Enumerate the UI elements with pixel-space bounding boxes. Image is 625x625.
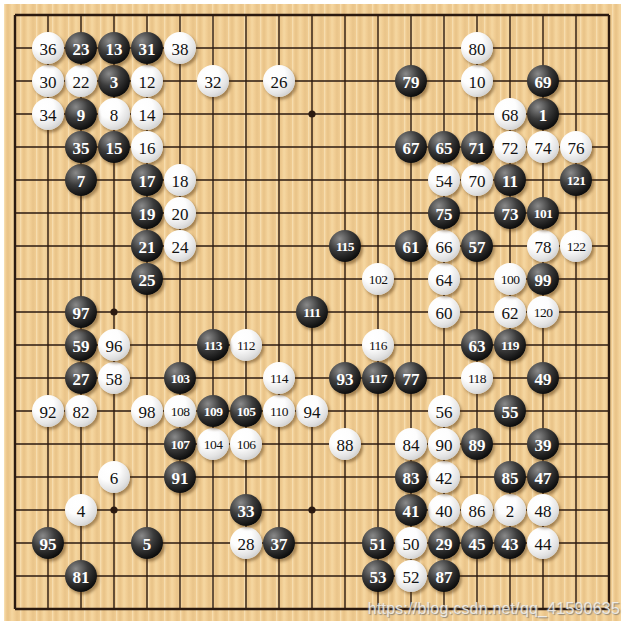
stone-white-98: 98 — [131, 395, 163, 427]
stone-black-61: 61 — [395, 230, 427, 262]
stone-black-41: 41 — [395, 494, 427, 526]
stone-white-80: 80 — [461, 32, 493, 64]
stone-black-107: 107 — [164, 428, 196, 460]
stone-white-82: 82 — [65, 395, 97, 427]
stone-black-111: 111 — [296, 296, 328, 328]
stone-black-5: 5 — [131, 527, 163, 559]
stone-white-72: 72 — [494, 131, 526, 163]
stone-white-120: 120 — [527, 296, 559, 328]
stone-black-91: 91 — [164, 461, 196, 493]
stone-black-57: 57 — [461, 230, 493, 262]
stone-black-35: 35 — [65, 131, 97, 163]
stone-white-36: 36 — [32, 32, 64, 64]
stone-black-15: 15 — [98, 131, 130, 163]
stone-white-100: 100 — [494, 263, 526, 295]
stone-black-97: 97 — [65, 296, 97, 328]
stone-white-40: 40 — [428, 494, 460, 526]
stone-white-4: 4 — [65, 494, 97, 526]
stone-black-25: 25 — [131, 263, 163, 295]
stone-white-74: 74 — [527, 131, 559, 163]
stone-white-10: 10 — [461, 65, 493, 97]
stone-black-49: 49 — [527, 362, 559, 394]
stone-white-16: 16 — [131, 131, 163, 163]
stone-white-38: 38 — [164, 32, 196, 64]
stone-white-6: 6 — [98, 461, 130, 493]
stone-black-59: 59 — [65, 329, 97, 361]
stone-white-86: 86 — [461, 494, 493, 526]
watermark-text: https://blog.csdn.net/qq_41590635 — [368, 600, 620, 618]
stone-black-77: 77 — [395, 362, 427, 394]
stone-white-88: 88 — [329, 428, 361, 460]
stone-white-54: 54 — [428, 164, 460, 196]
stone-black-79: 79 — [395, 65, 427, 97]
stone-white-58: 58 — [98, 362, 130, 394]
stone-white-44: 44 — [527, 527, 559, 559]
stone-white-122: 122 — [560, 230, 592, 262]
stone-black-27: 27 — [65, 362, 97, 394]
stone-black-83: 83 — [395, 461, 427, 493]
stone-black-101: 101 — [527, 197, 559, 229]
stone-white-64: 64 — [428, 263, 460, 295]
stone-white-84: 84 — [395, 428, 427, 460]
stone-black-71: 71 — [461, 131, 493, 163]
stone-white-2: 2 — [494, 494, 526, 526]
stone-white-56: 56 — [428, 395, 460, 427]
stone-black-121: 121 — [560, 164, 592, 196]
stone-white-20: 20 — [164, 197, 196, 229]
stone-black-17: 17 — [131, 164, 163, 196]
stone-black-85: 85 — [494, 461, 526, 493]
stone-black-23: 23 — [65, 32, 97, 64]
stone-white-28: 28 — [230, 527, 262, 559]
stone-black-65: 65 — [428, 131, 460, 163]
stone-white-48: 48 — [527, 494, 559, 526]
stone-black-47: 47 — [527, 461, 559, 493]
stone-white-26: 26 — [263, 65, 295, 97]
stone-white-66: 66 — [428, 230, 460, 262]
stone-black-55: 55 — [494, 395, 526, 427]
stone-black-89: 89 — [461, 428, 493, 460]
stone-white-104: 104 — [197, 428, 229, 460]
stone-black-99: 99 — [527, 263, 559, 295]
stone-white-116: 116 — [362, 329, 394, 361]
stone-white-52: 52 — [395, 560, 427, 592]
stone-black-69: 69 — [527, 65, 559, 97]
stone-black-45: 45 — [461, 527, 493, 559]
go-kifu-diagram: 1234567891011121314151617181920212223242… — [0, 0, 625, 625]
stone-black-75: 75 — [428, 197, 460, 229]
stone-black-109: 109 — [197, 395, 229, 427]
stone-black-113: 113 — [197, 329, 229, 361]
stone-white-94: 94 — [296, 395, 328, 427]
stone-white-30: 30 — [32, 65, 64, 97]
stone-white-114: 114 — [263, 362, 295, 394]
stone-white-76: 76 — [560, 131, 592, 163]
stone-black-21: 21 — [131, 230, 163, 262]
stone-black-9: 9 — [65, 98, 97, 130]
stone-white-92: 92 — [32, 395, 64, 427]
stone-black-31: 31 — [131, 32, 163, 64]
stone-white-118: 118 — [461, 362, 493, 394]
stone-white-22: 22 — [65, 65, 97, 97]
stone-white-70: 70 — [461, 164, 493, 196]
stone-black-43: 43 — [494, 527, 526, 559]
stone-black-119: 119 — [494, 329, 526, 361]
stone-white-60: 60 — [428, 296, 460, 328]
stone-black-67: 67 — [395, 131, 427, 163]
stone-black-3: 3 — [98, 65, 130, 97]
stone-white-50: 50 — [395, 527, 427, 559]
stone-black-51: 51 — [362, 527, 394, 559]
stone-white-110: 110 — [263, 395, 295, 427]
stone-white-32: 32 — [197, 65, 229, 97]
stone-white-14: 14 — [131, 98, 163, 130]
stone-black-103: 103 — [164, 362, 196, 394]
stone-white-78: 78 — [527, 230, 559, 262]
stone-black-93: 93 — [329, 362, 361, 394]
stone-black-105: 105 — [230, 395, 262, 427]
stone-black-33: 33 — [230, 494, 262, 526]
stone-black-29: 29 — [428, 527, 460, 559]
stone-white-62: 62 — [494, 296, 526, 328]
stone-black-95: 95 — [32, 527, 64, 559]
stone-black-115: 115 — [329, 230, 361, 262]
stone-black-117: 117 — [362, 362, 394, 394]
stone-white-8: 8 — [98, 98, 130, 130]
stone-white-68: 68 — [494, 98, 526, 130]
stone-black-39: 39 — [527, 428, 559, 460]
stone-white-90: 90 — [428, 428, 460, 460]
stones-grid: 1234567891011121314151617181920212223242… — [0, 0, 625, 625]
stone-white-34: 34 — [32, 98, 64, 130]
stone-black-13: 13 — [98, 32, 130, 64]
stone-white-24: 24 — [164, 230, 196, 262]
stone-white-96: 96 — [98, 329, 130, 361]
stone-black-7: 7 — [65, 164, 97, 196]
stone-black-87: 87 — [428, 560, 460, 592]
stone-white-18: 18 — [164, 164, 196, 196]
stone-black-63: 63 — [461, 329, 493, 361]
stone-white-12: 12 — [131, 65, 163, 97]
stone-black-81: 81 — [65, 560, 97, 592]
stone-black-73: 73 — [494, 197, 526, 229]
stone-black-37: 37 — [263, 527, 295, 559]
stone-black-1: 1 — [527, 98, 559, 130]
stone-white-112: 112 — [230, 329, 262, 361]
stone-black-11: 11 — [494, 164, 526, 196]
stone-white-102: 102 — [362, 263, 394, 295]
stone-black-53: 53 — [362, 560, 394, 592]
stone-black-19: 19 — [131, 197, 163, 229]
stone-white-106: 106 — [230, 428, 262, 460]
stone-white-42: 42 — [428, 461, 460, 493]
stone-white-108: 108 — [164, 395, 196, 427]
